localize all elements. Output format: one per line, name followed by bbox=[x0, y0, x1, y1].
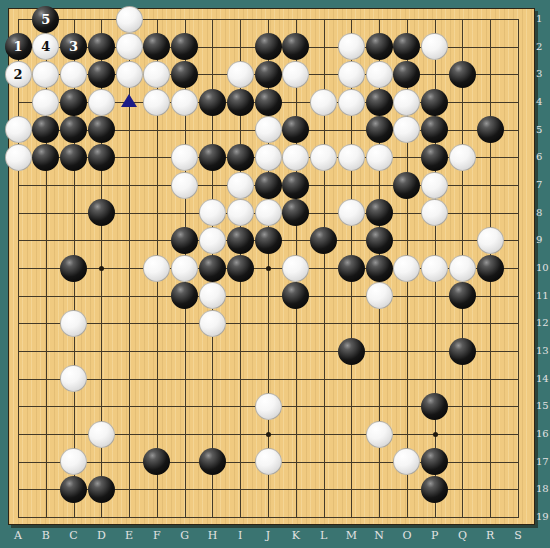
grid-line-horizontal bbox=[18, 296, 519, 297]
white-stone[interactable] bbox=[32, 89, 59, 116]
black-stone[interactable] bbox=[338, 338, 365, 365]
star-point bbox=[433, 432, 438, 437]
black-stone[interactable] bbox=[88, 33, 115, 60]
black-stone[interactable] bbox=[88, 116, 115, 143]
grid-line-vertical bbox=[518, 19, 519, 518]
white-stone[interactable] bbox=[171, 89, 198, 116]
white-stone[interactable] bbox=[477, 227, 504, 254]
white-stone[interactable] bbox=[338, 199, 365, 226]
white-stone[interactable] bbox=[255, 393, 282, 420]
black-stone[interactable] bbox=[60, 144, 87, 171]
column-label: A bbox=[9, 529, 27, 542]
black-stone[interactable] bbox=[60, 476, 87, 503]
column-label: I bbox=[231, 529, 249, 542]
white-stone[interactable] bbox=[449, 144, 476, 171]
black-stone[interactable] bbox=[421, 144, 448, 171]
column-label: O bbox=[398, 529, 416, 542]
black-stone[interactable] bbox=[227, 227, 254, 254]
black-stone[interactable] bbox=[310, 227, 337, 254]
white-stone[interactable] bbox=[116, 33, 143, 60]
black-stone[interactable] bbox=[255, 33, 282, 60]
white-stone[interactable] bbox=[116, 6, 143, 33]
row-label: 11 bbox=[536, 290, 550, 302]
white-stone[interactable] bbox=[60, 310, 87, 337]
row-label: 4 bbox=[536, 96, 550, 108]
black-stone[interactable] bbox=[88, 144, 115, 171]
white-stone[interactable] bbox=[366, 421, 393, 448]
white-stone[interactable] bbox=[255, 199, 282, 226]
white-stone[interactable] bbox=[282, 144, 309, 171]
white-stone[interactable] bbox=[393, 255, 420, 282]
column-label: K bbox=[287, 529, 305, 542]
black-stone[interactable] bbox=[338, 255, 365, 282]
black-stone[interactable] bbox=[255, 227, 282, 254]
black-stone[interactable] bbox=[282, 172, 309, 199]
row-label: 19 bbox=[536, 511, 550, 523]
black-stone[interactable] bbox=[366, 116, 393, 143]
column-label: D bbox=[92, 529, 110, 542]
white-stone[interactable] bbox=[227, 172, 254, 199]
white-stone[interactable] bbox=[282, 255, 309, 282]
black-stone[interactable] bbox=[88, 61, 115, 88]
black-stone[interactable] bbox=[199, 448, 226, 475]
black-stone-numbered[interactable]: 5 bbox=[32, 6, 59, 33]
row-label: 5 bbox=[536, 124, 550, 136]
grid-line-horizontal bbox=[18, 351, 519, 352]
black-stone[interactable] bbox=[366, 89, 393, 116]
column-label: B bbox=[37, 529, 55, 542]
column-label: N bbox=[370, 529, 388, 542]
row-label: 9 bbox=[536, 234, 550, 246]
white-stone[interactable] bbox=[88, 89, 115, 116]
white-stone[interactable] bbox=[366, 61, 393, 88]
black-stone[interactable] bbox=[421, 476, 448, 503]
black-stone[interactable] bbox=[60, 255, 87, 282]
white-stone[interactable] bbox=[338, 33, 365, 60]
black-stone[interactable] bbox=[88, 199, 115, 226]
white-stone[interactable] bbox=[199, 227, 226, 254]
row-label: 10 bbox=[536, 262, 550, 274]
triangle-marker bbox=[121, 94, 137, 107]
column-label: H bbox=[203, 529, 221, 542]
white-stone[interactable] bbox=[143, 255, 170, 282]
white-stone[interactable] bbox=[310, 89, 337, 116]
grid-line-horizontal bbox=[18, 379, 519, 380]
white-stone[interactable] bbox=[171, 255, 198, 282]
row-label: 8 bbox=[536, 207, 550, 219]
row-label: 18 bbox=[536, 483, 550, 495]
white-stone[interactable] bbox=[421, 172, 448, 199]
white-stone[interactable] bbox=[227, 199, 254, 226]
white-stone[interactable] bbox=[255, 144, 282, 171]
white-stone[interactable] bbox=[421, 255, 448, 282]
column-label: P bbox=[426, 529, 444, 542]
white-stone[interactable] bbox=[88, 421, 115, 448]
column-label: F bbox=[148, 529, 166, 542]
white-stone[interactable] bbox=[60, 61, 87, 88]
row-label: 14 bbox=[536, 373, 550, 385]
white-stone[interactable] bbox=[199, 282, 226, 309]
white-stone[interactable] bbox=[338, 89, 365, 116]
black-stone[interactable] bbox=[449, 61, 476, 88]
black-stone[interactable] bbox=[171, 61, 198, 88]
black-stone-numbered[interactable]: 1 bbox=[5, 33, 32, 60]
row-label: 15 bbox=[536, 400, 550, 412]
go-board-window: 51432 ABCDEFGHIJKLMNOPQRS123456789101112… bbox=[0, 0, 550, 548]
black-stone-numbered[interactable]: 3 bbox=[60, 33, 87, 60]
black-stone[interactable] bbox=[227, 255, 254, 282]
grid-line-horizontal bbox=[18, 517, 519, 518]
white-stone[interactable] bbox=[143, 89, 170, 116]
white-stone[interactable] bbox=[116, 61, 143, 88]
black-stone[interactable] bbox=[477, 255, 504, 282]
white-stone[interactable] bbox=[171, 144, 198, 171]
white-stone[interactable] bbox=[282, 61, 309, 88]
row-label: 16 bbox=[536, 428, 550, 440]
black-stone[interactable] bbox=[449, 338, 476, 365]
black-stone[interactable] bbox=[477, 116, 504, 143]
black-stone[interactable] bbox=[199, 255, 226, 282]
white-stone[interactable] bbox=[5, 144, 32, 171]
row-label: 2 bbox=[536, 41, 550, 53]
black-stone[interactable] bbox=[199, 144, 226, 171]
row-label: 7 bbox=[536, 179, 550, 191]
column-label: M bbox=[342, 529, 360, 542]
black-stone[interactable] bbox=[449, 282, 476, 309]
row-label: 13 bbox=[536, 345, 550, 357]
black-stone[interactable] bbox=[199, 89, 226, 116]
white-stone[interactable] bbox=[32, 61, 59, 88]
white-stone[interactable] bbox=[171, 172, 198, 199]
black-stone[interactable] bbox=[366, 227, 393, 254]
row-label: 17 bbox=[536, 456, 550, 468]
black-stone[interactable] bbox=[227, 89, 254, 116]
black-stone[interactable] bbox=[255, 89, 282, 116]
white-stone[interactable] bbox=[255, 116, 282, 143]
column-label: J bbox=[259, 529, 277, 542]
white-stone-numbered[interactable]: 2 bbox=[5, 61, 32, 88]
white-stone[interactable] bbox=[449, 255, 476, 282]
column-label: L bbox=[315, 529, 333, 542]
column-label: R bbox=[481, 529, 499, 542]
grid-line-horizontal bbox=[18, 323, 519, 324]
white-stone[interactable] bbox=[338, 144, 365, 171]
row-label: 6 bbox=[536, 151, 550, 163]
white-stone[interactable] bbox=[366, 282, 393, 309]
black-stone[interactable] bbox=[88, 476, 115, 503]
black-stone[interactable] bbox=[227, 144, 254, 171]
row-label: 1 bbox=[536, 13, 550, 25]
black-stone[interactable] bbox=[255, 61, 282, 88]
column-label: C bbox=[65, 529, 83, 542]
white-stone[interactable] bbox=[338, 61, 365, 88]
white-stone[interactable] bbox=[5, 116, 32, 143]
white-stone[interactable] bbox=[199, 310, 226, 337]
white-stone[interactable] bbox=[366, 144, 393, 171]
column-label: G bbox=[176, 529, 194, 542]
white-stone[interactable] bbox=[199, 199, 226, 226]
black-stone[interactable] bbox=[255, 172, 282, 199]
row-label: 12 bbox=[536, 317, 550, 329]
black-stone[interactable] bbox=[421, 89, 448, 116]
black-stone[interactable] bbox=[366, 255, 393, 282]
black-stone[interactable] bbox=[366, 199, 393, 226]
black-stone[interactable] bbox=[366, 33, 393, 60]
column-label: E bbox=[120, 529, 138, 542]
white-stone[interactable] bbox=[393, 89, 420, 116]
star-point bbox=[266, 266, 271, 271]
white-stone[interactable] bbox=[255, 448, 282, 475]
black-stone[interactable] bbox=[393, 172, 420, 199]
column-label: S bbox=[509, 529, 527, 542]
white-stone[interactable] bbox=[227, 61, 254, 88]
column-label: Q bbox=[453, 529, 471, 542]
white-stone[interactable] bbox=[310, 144, 337, 171]
row-label: 3 bbox=[536, 68, 550, 80]
black-stone[interactable] bbox=[421, 393, 448, 420]
black-stone[interactable] bbox=[171, 227, 198, 254]
black-stone[interactable] bbox=[32, 144, 59, 171]
black-stone[interactable] bbox=[60, 89, 87, 116]
